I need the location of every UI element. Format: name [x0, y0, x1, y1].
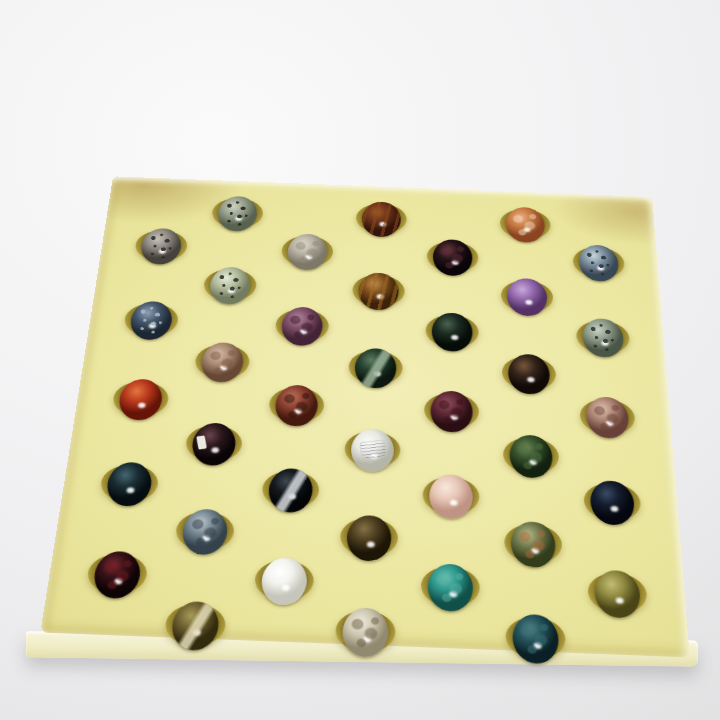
board-cell-r1c6 — [489, 206, 562, 244]
board-cell-r6c5 — [413, 390, 492, 434]
board-cell-r8c5 — [411, 473, 492, 520]
board-cell-r5c2 — [182, 341, 263, 384]
board-cell-r7c6 — [491, 434, 571, 480]
foam-board — [40, 176, 690, 657]
board-cell-r2c7 — [562, 244, 637, 283]
board-cell-r9c2 — [161, 508, 248, 556]
board-cell-r9c6 — [492, 520, 575, 569]
board-cell-r7c2 — [172, 422, 256, 467]
board-cell-r8c3 — [248, 467, 332, 514]
board-cell-r6c1 — [98, 378, 181, 422]
marble-white-wrapped-label — [350, 428, 394, 472]
board-cell-r10c3 — [240, 556, 327, 606]
board-cell-r11c4 — [322, 606, 409, 658]
board-cell-r5c6 — [490, 353, 568, 396]
board-cell-r4c1 — [111, 300, 191, 341]
board-cell-r4c5 — [414, 312, 490, 353]
marble-tiger-eye-gold — [358, 272, 399, 311]
board-cell-r8c1 — [86, 461, 172, 508]
marble-red-tiger-eye — [361, 201, 401, 237]
board-cell-r11c2 — [150, 600, 240, 652]
board-cell-r10c5 — [409, 563, 493, 613]
marble-bronzite-olive — [346, 515, 392, 562]
marble-included-quartz — [341, 607, 389, 658]
board-cell-r9c4 — [327, 514, 411, 563]
board-perspective-wrap — [40, 176, 690, 657]
board-cell-r10c7 — [575, 569, 661, 619]
board-cell-r5c4 — [336, 347, 414, 390]
board-cell-r2c5 — [416, 238, 490, 277]
printed-label — [359, 440, 388, 460]
marble-pale-smoky-quartz — [286, 233, 328, 271]
board-cell-r6c3 — [255, 384, 336, 428]
board-cell-r2c1 — [122, 227, 200, 266]
marble-moss-green-striped — [354, 348, 397, 389]
board-cell-r1c4 — [344, 201, 417, 239]
white-sticker — [196, 435, 207, 449]
board-cell-r11c6 — [493, 613, 579, 665]
board-cell-r1c2 — [200, 195, 275, 233]
board-cell-r6c7 — [568, 396, 648, 440]
board-cell-r10c1 — [72, 550, 162, 600]
photo-scene — [0, 0, 720, 720]
board-cell-r8c7 — [571, 479, 654, 526]
board-cell-r4c7 — [565, 317, 643, 358]
board-cell-r2c3 — [269, 233, 345, 272]
board-cell-r3c2 — [191, 266, 269, 306]
board-cell-r3c4 — [340, 271, 416, 311]
board-cell-r7c4 — [332, 428, 413, 473]
board-cell-r4c3 — [262, 306, 340, 347]
marble-grid — [40, 176, 690, 657]
board-cell-r3c6 — [490, 277, 565, 317]
